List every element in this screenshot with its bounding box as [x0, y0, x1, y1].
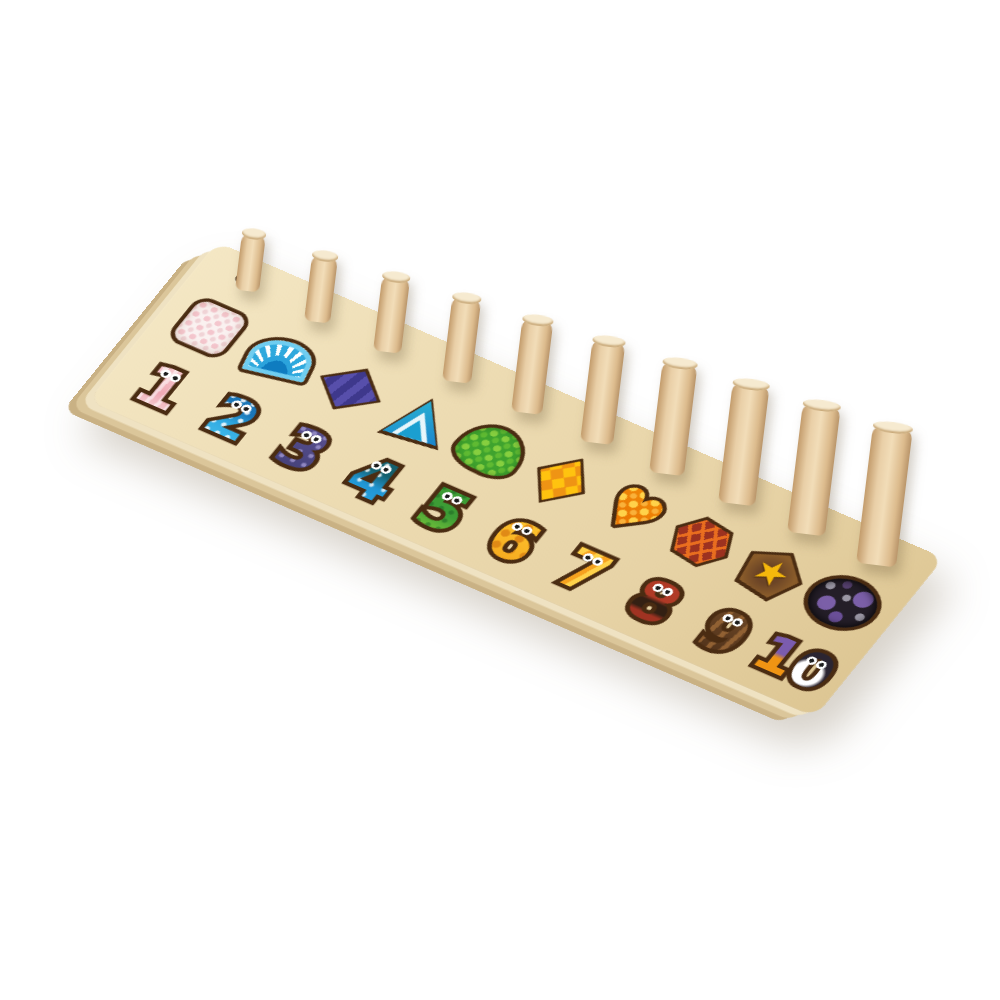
- star-icon: ★: [744, 551, 800, 594]
- product-photo-scene: ♥ ♥ ★ 11 2: [0, 0, 1000, 1000]
- puzzle-board-wrap: ♥ ♥ ★ 11 2: [0, 0, 790, 215]
